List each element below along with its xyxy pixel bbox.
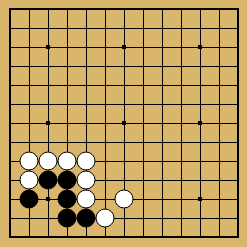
star-point [198, 197, 202, 201]
black-stone[interactable] [20, 190, 39, 209]
white-stone[interactable] [20, 171, 39, 190]
black-stone[interactable] [58, 209, 77, 228]
white-stone[interactable] [96, 209, 115, 228]
white-stone[interactable] [115, 190, 134, 209]
black-stone[interactable] [58, 190, 77, 209]
white-stone[interactable] [77, 152, 96, 171]
white-stone[interactable] [20, 152, 39, 171]
black-stone[interactable] [58, 171, 77, 190]
white-stone[interactable] [58, 152, 77, 171]
star-point [198, 45, 202, 49]
go-board[interactable] [0, 0, 247, 247]
white-stone[interactable] [77, 190, 96, 209]
star-point [122, 45, 126, 49]
white-stone[interactable] [77, 171, 96, 190]
go-diagram [0, 0, 247, 247]
white-stone[interactable] [39, 152, 58, 171]
black-stone[interactable] [77, 209, 96, 228]
star-point [122, 121, 126, 125]
star-point [198, 121, 202, 125]
star-point [46, 121, 50, 125]
black-stone[interactable] [39, 171, 58, 190]
star-point [46, 45, 50, 49]
star-point [46, 197, 50, 201]
